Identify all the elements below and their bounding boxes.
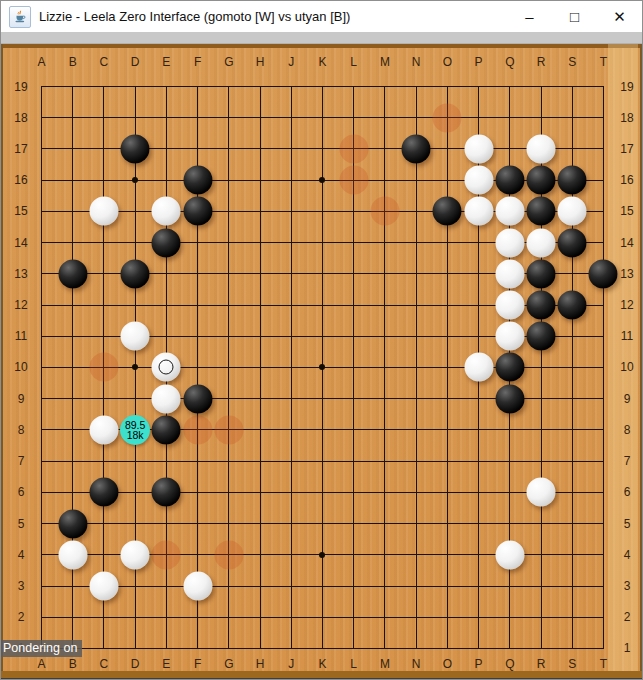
grid-line [41,523,604,524]
row-label: 14 [620,236,633,250]
grid-line [41,461,604,462]
stone-black[interactable] [495,384,524,413]
column-label: R [537,55,546,69]
column-label: Q [505,657,514,671]
stone-black[interactable] [433,197,462,226]
stone-white[interactable] [495,197,524,226]
suggestion-circle[interactable] [339,166,368,195]
grid-line [416,86,417,649]
stone-black[interactable] [527,291,556,320]
row-label: 3 [624,579,631,593]
stone-black[interactable] [527,197,556,226]
stone-black[interactable] [58,259,87,288]
row-label: 9 [624,392,631,406]
stone-white[interactable] [527,478,556,507]
row-label: 9 [18,392,25,406]
stone-white[interactable] [89,197,118,226]
column-label: A [37,55,45,69]
row-label: 10 [14,360,27,374]
row-label: 2 [624,610,631,624]
row-label: 19 [620,80,633,94]
column-label: Q [505,55,514,69]
star-point [319,364,325,370]
stone-black[interactable] [527,322,556,351]
column-label: H [256,55,265,69]
stone-black[interactable] [183,166,212,195]
column-label: C [100,657,109,671]
suggestion-circle[interactable] [214,415,243,444]
stone-white[interactable] [183,572,212,601]
column-label: A [37,657,45,671]
column-label: R [537,657,546,671]
column-label: H [256,657,265,671]
row-label: 7 [18,454,25,468]
row-label: 8 [624,423,631,437]
grid-line [603,86,604,649]
row-label: 11 [15,329,27,343]
row-label: 13 [14,267,27,281]
best-move-suggestion[interactable]: 89.518k [120,415,150,445]
row-label: 8 [18,423,25,437]
go-board[interactable]: AABBCCDDEEFFGGHHJJKKLLMMNNOOPPQQRRSSTT19… [1,1,642,679]
column-label: L [350,55,357,69]
row-label: 7 [624,454,631,468]
column-label: K [318,55,326,69]
stone-white[interactable] [495,540,524,569]
stone-white[interactable] [495,228,524,257]
stone-white[interactable] [89,415,118,444]
column-label: L [350,657,357,671]
stone-white[interactable] [121,540,150,569]
column-label: O [443,55,452,69]
column-label: D [131,657,140,671]
row-label: 19 [14,80,27,94]
stone-black[interactable] [121,259,150,288]
stone-black[interactable] [121,134,150,163]
row-label: 15 [620,204,633,218]
row-label: 1 [624,641,631,655]
row-label: 18 [620,111,633,125]
column-label: M [380,55,390,69]
column-label: F [194,657,201,671]
stone-white[interactable] [152,384,181,413]
stone-black[interactable] [152,478,181,507]
column-label: B [69,657,77,671]
stone-black[interactable] [527,259,556,288]
row-label: 4 [18,548,25,562]
stone-black[interactable] [402,134,431,163]
suggestion-circle[interactable] [433,103,462,132]
column-label: J [288,657,294,671]
row-label: 17 [14,142,27,156]
suggestion-circle[interactable] [339,134,368,163]
stone-black[interactable] [495,353,524,382]
stone-white[interactable] [464,166,493,195]
stone-black[interactable] [152,228,181,257]
grid-line [41,586,604,587]
row-label: 16 [14,173,27,187]
star-point [319,177,325,183]
row-label: 14 [14,236,27,250]
star-point [319,552,325,558]
stone-white[interactable] [527,134,556,163]
column-label: M [380,657,390,671]
stone-black[interactable] [558,291,587,320]
column-label: K [318,657,326,671]
stone-white[interactable] [58,540,87,569]
pondering-status: Pondering on [1,640,82,657]
star-point [132,177,138,183]
grid-line [41,617,604,618]
stone-white[interactable] [495,259,524,288]
suggestion-circle[interactable] [152,540,181,569]
column-label: T [600,657,607,671]
stone-white[interactable] [89,572,118,601]
column-label: E [162,657,170,671]
row-label: 6 [18,485,25,499]
row-label: 18 [14,111,27,125]
best-move-visits: 18k [127,430,144,440]
row-label: 16 [620,173,633,187]
suggestion-circle[interactable] [370,197,399,226]
row-label: 5 [624,517,631,531]
column-label: G [224,657,233,671]
row-label: 5 [18,517,25,531]
stone-black[interactable] [527,166,556,195]
stone-black[interactable] [183,384,212,413]
row-label: 2 [18,610,25,624]
column-label: O [443,657,452,671]
column-label: C [100,55,109,69]
grid-line [384,86,385,649]
column-label: P [475,55,483,69]
column-label: P [475,657,483,671]
row-label: 17 [620,142,633,156]
suggestion-circle[interactable] [214,540,243,569]
column-label: D [131,55,140,69]
column-label: J [288,55,294,69]
stone-black[interactable] [558,228,587,257]
bottom-board-edge [1,671,642,678]
column-label: T [600,55,607,69]
stone-white[interactable] [495,322,524,351]
stone-white[interactable] [121,322,150,351]
row-label: 12 [14,298,27,312]
suggestion-circle[interactable] [89,353,118,382]
stone-black[interactable] [495,166,524,195]
stone-white[interactable] [464,134,493,163]
row-label: 15 [14,204,27,218]
star-point [132,364,138,370]
suggestion-circle[interactable] [183,415,212,444]
stone-white[interactable] [527,228,556,257]
grid-line [447,86,448,649]
stone-black[interactable] [183,197,212,226]
column-label: N [412,657,421,671]
app-window: Lizzie - Leela Zero Interface (gomoto [W… [0,0,643,680]
stone-black[interactable] [152,415,181,444]
row-label: 6 [624,485,631,499]
row-label: 3 [18,579,25,593]
stone-white[interactable] [558,197,587,226]
column-label: S [568,55,576,69]
stone-black[interactable] [58,509,87,538]
row-label: 12 [620,298,633,312]
stone-black[interactable] [558,166,587,195]
last-move-marker [159,360,174,375]
grid-line [41,648,604,649]
stone-black[interactable] [589,259,618,288]
column-label: G [224,55,233,69]
stone-white[interactable] [152,197,181,226]
row-label: 4 [624,548,631,562]
grid-line [41,492,604,493]
column-label: B [69,55,77,69]
row-label: 10 [620,360,633,374]
stone-white[interactable] [464,197,493,226]
stone-black[interactable] [89,478,118,507]
stone-white[interactable] [495,291,524,320]
stone-white[interactable] [464,353,493,382]
column-label: E [162,55,170,69]
column-label: N [412,55,421,69]
row-label: 11 [621,329,633,343]
row-label: 13 [620,267,633,281]
column-label: S [568,657,576,671]
column-label: F [194,55,201,69]
